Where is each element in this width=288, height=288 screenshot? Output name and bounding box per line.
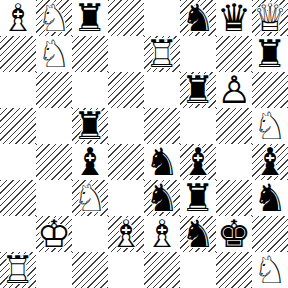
square-h4[interactable]: ♝	[252, 144, 288, 180]
white-knight-fill: ♞	[252, 252, 288, 288]
square-d1[interactable]	[108, 252, 144, 288]
chess-board: ♝♗♞♘♜♞♛♛♕♞♘♜♖♜♜♟♙♜♞♘♝♞♝♝♞♘♞♜♞♚♔♝♗♝♗♞♚♜♖♞…	[0, 0, 288, 288]
square-e5[interactable]	[144, 108, 180, 144]
square-a6[interactable]	[0, 72, 36, 108]
black-bishop-piece: ♝	[72, 144, 108, 180]
square-e3[interactable]: ♞	[144, 180, 180, 216]
square-e2[interactable]: ♝♗	[144, 216, 180, 252]
white-king-piece: ♔	[36, 216, 72, 252]
square-f8[interactable]: ♞	[180, 0, 216, 36]
square-d2[interactable]: ♝♗	[108, 216, 144, 252]
black-bishop-piece: ♝	[252, 144, 288, 180]
black-knight-piece: ♞	[144, 144, 180, 180]
square-d3[interactable]	[108, 180, 144, 216]
square-b1[interactable]	[36, 252, 72, 288]
square-h3[interactable]: ♞	[252, 180, 288, 216]
square-g5[interactable]	[216, 108, 252, 144]
white-rook-piece: ♖	[144, 36, 180, 72]
square-d7[interactable]	[108, 36, 144, 72]
white-bishop-fill: ♝	[108, 216, 144, 252]
square-d6[interactable]	[108, 72, 144, 108]
square-g7[interactable]	[216, 36, 252, 72]
square-b7[interactable]: ♞♘	[36, 36, 72, 72]
white-knight-fill: ♞	[72, 180, 108, 216]
square-f3[interactable]: ♜	[180, 180, 216, 216]
square-h1[interactable]: ♞♘	[252, 252, 288, 288]
square-d8[interactable]	[108, 0, 144, 36]
white-bishop-piece: ♗	[108, 216, 144, 252]
square-h5[interactable]: ♞♘	[252, 108, 288, 144]
square-e1[interactable]	[144, 252, 180, 288]
white-bishop-piece: ♗	[0, 0, 36, 36]
square-b4[interactable]	[36, 144, 72, 180]
white-knight-fill: ♞	[252, 108, 288, 144]
square-g6[interactable]: ♟♙	[216, 72, 252, 108]
white-bishop-fill: ♝	[144, 216, 180, 252]
square-h8[interactable]: ♛♕	[252, 0, 288, 36]
square-g1[interactable]	[216, 252, 252, 288]
white-rook-fill: ♜	[144, 36, 180, 72]
black-knight-piece: ♞	[144, 180, 180, 216]
square-g8[interactable]: ♛	[216, 0, 252, 36]
black-knight-piece: ♞	[180, 0, 216, 36]
square-a5[interactable]	[0, 108, 36, 144]
square-c1[interactable]	[72, 252, 108, 288]
white-knight-piece: ♘	[36, 0, 72, 36]
white-king-fill: ♚	[36, 216, 72, 252]
square-g2[interactable]: ♚	[216, 216, 252, 252]
white-bishop-piece: ♗	[144, 216, 180, 252]
black-rook-piece: ♜	[252, 36, 288, 72]
white-pawn-piece: ♙	[216, 72, 252, 108]
square-h2[interactable]	[252, 216, 288, 252]
square-f4[interactable]: ♝	[180, 144, 216, 180]
square-a8[interactable]: ♝♗	[0, 0, 36, 36]
square-g4[interactable]	[216, 144, 252, 180]
white-knight-fill: ♞	[36, 36, 72, 72]
square-f2[interactable]: ♞	[180, 216, 216, 252]
square-h7[interactable]: ♜	[252, 36, 288, 72]
square-c5[interactable]: ♜	[72, 108, 108, 144]
black-rook-piece: ♜	[72, 0, 108, 36]
square-a4[interactable]	[0, 144, 36, 180]
square-f1[interactable]	[180, 252, 216, 288]
square-b2[interactable]: ♚♔	[36, 216, 72, 252]
square-f6[interactable]: ♜	[180, 72, 216, 108]
square-c6[interactable]	[72, 72, 108, 108]
black-king-piece: ♚	[216, 216, 252, 252]
white-knight-piece: ♘	[72, 180, 108, 216]
square-c2[interactable]	[72, 216, 108, 252]
black-queen-piece: ♛	[216, 0, 252, 36]
square-c7[interactable]	[72, 36, 108, 72]
white-knight-piece: ♘	[36, 36, 72, 72]
black-knight-piece: ♞	[180, 216, 216, 252]
black-rook-piece: ♜	[72, 108, 108, 144]
white-queen-piece: ♕	[252, 0, 288, 36]
square-a1[interactable]: ♜♖	[0, 252, 36, 288]
square-b8[interactable]: ♞♘	[36, 0, 72, 36]
black-knight-piece: ♞	[252, 180, 288, 216]
square-d4[interactable]	[108, 144, 144, 180]
square-e7[interactable]: ♜♖	[144, 36, 180, 72]
square-b6[interactable]	[36, 72, 72, 108]
square-c8[interactable]: ♜	[72, 0, 108, 36]
square-h6[interactable]	[252, 72, 288, 108]
white-queen-fill: ♛	[252, 0, 288, 36]
white-rook-piece: ♖	[0, 252, 36, 288]
black-bishop-piece: ♝	[180, 144, 216, 180]
white-rook-fill: ♜	[0, 252, 36, 288]
white-pawn-fill: ♟	[216, 72, 252, 108]
chess-diagram: ♝♗♞♘♜♞♛♛♕♞♘♜♖♜♜♟♙♜♞♘♝♞♝♝♞♘♞♜♞♚♔♝♗♝♗♞♚♜♖♞…	[0, 0, 288, 288]
white-knight-piece: ♘	[252, 252, 288, 288]
square-a2[interactable]	[0, 216, 36, 252]
square-b5[interactable]	[36, 108, 72, 144]
square-e4[interactable]: ♞	[144, 144, 180, 180]
square-c4[interactable]: ♝	[72, 144, 108, 180]
white-knight-fill: ♞	[36, 0, 72, 36]
square-a3[interactable]	[0, 180, 36, 216]
white-bishop-fill: ♝	[0, 0, 36, 36]
square-c3[interactable]: ♞♘	[72, 180, 108, 216]
square-f7[interactable]	[180, 36, 216, 72]
square-e6[interactable]	[144, 72, 180, 108]
square-e8[interactable]	[144, 0, 180, 36]
square-b3[interactable]	[36, 180, 72, 216]
white-knight-piece: ♘	[252, 108, 288, 144]
black-rook-piece: ♜	[180, 72, 216, 108]
square-d5[interactable]	[108, 108, 144, 144]
square-g3[interactable]	[216, 180, 252, 216]
black-rook-piece: ♜	[180, 180, 216, 216]
square-f5[interactable]	[180, 108, 216, 144]
square-a7[interactable]	[0, 36, 36, 72]
